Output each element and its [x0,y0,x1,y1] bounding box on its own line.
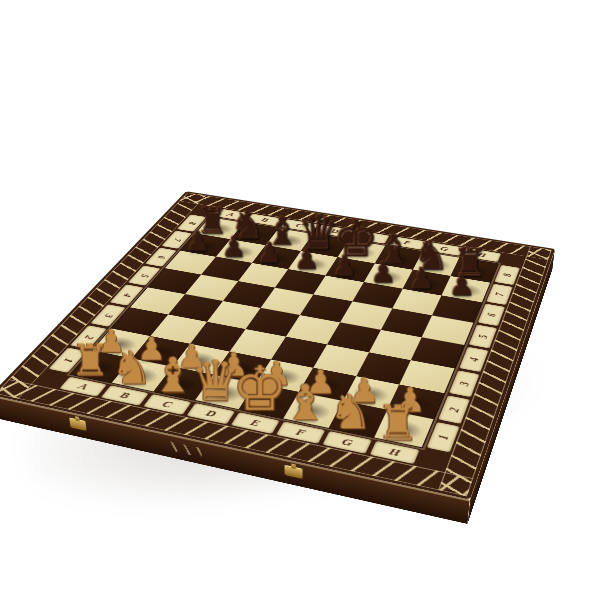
carved-mark [169,441,201,457]
rank-label-7-right: 7 [486,284,512,305]
piece-dark-pawn-g7: ♟ [409,265,435,293]
chess-board: ABCDEFGH ABCDEFGH 87654321 87654321 ♜♞♝♛… [0,191,555,499]
brass-clasp-icon [284,465,302,479]
rank-label-2-right: 2 [438,395,470,424]
piece-dark-pawn-h7: ♟ [449,272,475,300]
piece-light-rook-a1: ♜ [71,340,110,381]
piece-dark-pawn-d7: ♟ [294,246,319,273]
rank-label-5-right: 5 [469,325,497,349]
rank-label-6-right: 6 [478,304,505,326]
piece-light-knight-b1: ♞ [111,346,152,390]
square-c5 [223,281,276,308]
piece-dark-pawn-e7: ♟ [332,253,358,280]
piece-light-bishop-c1: ♝ [152,353,195,398]
piece-light-bishop-f1: ♝ [283,379,327,426]
board-perspective-wrapper: ABCDEFGH ABCDEFGH 87654321 87654321 ♜♞♝♛… [80,95,520,535]
rank-label-8-right: 8 [494,265,520,285]
piece-dark-pawn-b7: ♟ [221,234,246,260]
piece-dark-pawn-a7: ♟ [186,228,211,254]
square-g5 [380,309,432,338]
piece-dark-pawn-f7: ♟ [370,259,396,286]
product-photo-scene: ABCDEFGH ABCDEFGH 87654321 87654321 ♜♞♝♛… [0,0,600,600]
piece-light-knight-g1: ♞ [329,389,373,435]
brass-clasp-icon [69,418,86,431]
piece-light-rook-h1: ♜ [377,401,419,446]
piece-dark-pawn-c7: ♟ [257,240,282,267]
piece-light-king-e1: ♚ [232,360,287,418]
